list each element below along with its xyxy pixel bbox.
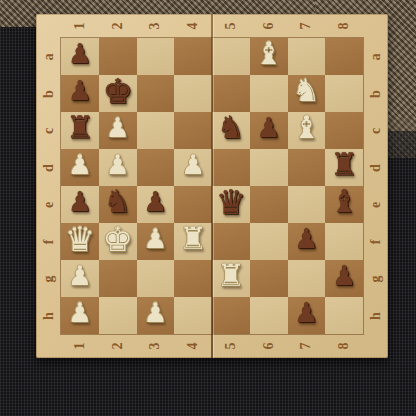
white-king-f2: ♚ (102, 222, 132, 256)
square-b2: ♚ (99, 75, 137, 112)
rank-label-bottom-2: 2 (110, 338, 126, 354)
white-knight-b7: ♞ (292, 75, 320, 106)
square-c3 (137, 112, 175, 149)
white-queen-f1: ♛ (65, 222, 95, 256)
square-e3: ♟ (137, 186, 175, 223)
rank-label-top-4: 4 (185, 18, 201, 34)
square-f3: ♟ (137, 223, 175, 260)
file-label-right-d: d (368, 160, 384, 176)
black-pawn-g8: ♟ (332, 262, 356, 289)
square-f1: ♛ (61, 223, 99, 260)
square-d6 (250, 149, 288, 186)
square-f2: ♚ (99, 223, 137, 260)
file-label-right-f: f (368, 234, 384, 250)
white-bishop-c7: ♝ (292, 112, 320, 143)
rank-label-top-6: 6 (261, 18, 277, 34)
square-g5: ♜ (212, 260, 250, 297)
square-a2 (99, 38, 137, 75)
black-pawn-h7: ♟ (294, 299, 318, 326)
square-a1: ♟ (61, 38, 99, 75)
square-f8 (325, 223, 363, 260)
square-b1: ♟ (61, 75, 99, 112)
square-f6 (250, 223, 288, 260)
square-a6: ♝ (250, 38, 288, 75)
black-pawn-f7: ♟ (294, 225, 318, 252)
square-c1: ♜ (61, 112, 99, 149)
square-a7 (288, 38, 326, 75)
white-pawn-d4: ♟ (181, 151, 205, 178)
square-g7 (288, 260, 326, 297)
black-pawn-e1: ♟ (68, 188, 92, 215)
file-label-left-h: h (41, 308, 57, 324)
black-knight-e2: ♞ (104, 186, 132, 217)
rank-label-bottom-4: 4 (185, 338, 201, 354)
rank-label-bottom-5: 5 (223, 338, 239, 354)
square-d4: ♟ (174, 149, 212, 186)
white-pawn-f3: ♟ (143, 225, 167, 252)
square-g8: ♟ (325, 260, 363, 297)
white-pawn-g1: ♟ (68, 262, 92, 289)
rank-label-top-8: 8 (336, 18, 352, 34)
square-g2 (99, 260, 137, 297)
square-h3: ♟ (137, 297, 175, 334)
square-g6 (250, 260, 288, 297)
square-d5 (212, 149, 250, 186)
black-king-b2: ♚ (102, 74, 132, 108)
rank-label-top-1: 1 (72, 18, 88, 34)
black-knight-c5: ♞ (217, 112, 245, 143)
square-h2 (99, 297, 137, 334)
square-e7 (288, 186, 326, 223)
square-h1: ♟ (61, 297, 99, 334)
square-h7: ♟ (288, 297, 326, 334)
white-rook-f4: ♜ (179, 223, 207, 254)
black-queen-e5: ♛ (216, 185, 246, 219)
square-e2: ♞ (99, 186, 137, 223)
square-e8: ♝ (325, 186, 363, 223)
file-label-right-e: e (368, 197, 384, 213)
rank-label-top-7: 7 (298, 18, 314, 34)
rank-label-top-2: 2 (110, 18, 126, 34)
square-b5 (212, 75, 250, 112)
square-c8 (325, 112, 363, 149)
square-d3 (137, 149, 175, 186)
square-h5 (212, 297, 250, 334)
file-label-left-e: e (41, 197, 57, 213)
square-b8 (325, 75, 363, 112)
white-pawn-h1: ♟ (68, 299, 92, 326)
square-b4 (174, 75, 212, 112)
square-a3 (137, 38, 175, 75)
white-pawn-d1: ♟ (68, 151, 92, 178)
square-d7 (288, 149, 326, 186)
file-label-left-a: a (41, 49, 57, 65)
square-c6: ♟ (250, 112, 288, 149)
square-b6 (250, 75, 288, 112)
rank-label-bottom-7: 7 (298, 338, 314, 354)
file-label-left-b: b (41, 86, 57, 102)
square-e5: ♛ (212, 186, 250, 223)
square-h6 (250, 297, 288, 334)
square-h8 (325, 297, 363, 334)
square-c4 (174, 112, 212, 149)
square-e1: ♟ (61, 186, 99, 223)
black-rook-d8: ♜ (330, 149, 358, 180)
square-d1: ♟ (61, 149, 99, 186)
black-bishop-e8: ♝ (330, 186, 358, 217)
white-pawn-c2: ♟ (106, 114, 130, 141)
black-pawn-a1: ♟ (68, 40, 92, 67)
square-g4 (174, 260, 212, 297)
square-d8: ♜ (325, 149, 363, 186)
file-label-left-c: c (41, 123, 57, 139)
rank-label-bottom-8: 8 (336, 338, 352, 354)
black-rook-c1: ♜ (66, 112, 94, 143)
file-label-left-g: g (41, 271, 57, 287)
rank-label-top-3: 3 (147, 18, 163, 34)
square-g1: ♟ (61, 260, 99, 297)
square-c2: ♟ (99, 112, 137, 149)
square-a8 (325, 38, 363, 75)
file-label-right-h: h (368, 308, 384, 324)
square-e4 (174, 186, 212, 223)
rank-label-top-5: 5 (223, 18, 239, 34)
square-f4: ♜ (174, 223, 212, 260)
square-c7: ♝ (288, 112, 326, 149)
square-f5 (212, 223, 250, 260)
square-a4 (174, 38, 212, 75)
square-b3 (137, 75, 175, 112)
black-pawn-e3: ♟ (143, 188, 167, 215)
chess-board: ♟♝♟♚♞♜♟♞♟♝♟♟♟♜♟♞♟♛♝♛♚♟♜♟♟♜♟♟♟♟ aabbccdde… (36, 14, 388, 358)
rank-label-bottom-3: 3 (147, 338, 163, 354)
board-folding-seam (211, 14, 213, 358)
square-d2: ♟ (99, 149, 137, 186)
file-label-right-g: g (368, 271, 384, 287)
file-label-right-c: c (368, 123, 384, 139)
rank-label-bottom-1: 1 (72, 338, 88, 354)
square-b7: ♞ (288, 75, 326, 112)
square-f7: ♟ (288, 223, 326, 260)
square-g3 (137, 260, 175, 297)
rank-label-bottom-6: 6 (261, 338, 277, 354)
file-label-left-d: d (41, 160, 57, 176)
white-bishop-a6: ♝ (255, 38, 283, 69)
square-h4 (174, 297, 212, 334)
file-label-right-b: b (368, 86, 384, 102)
square-e6 (250, 186, 288, 223)
square-a5 (212, 38, 250, 75)
file-label-left-f: f (41, 234, 57, 250)
white-rook-g5: ♜ (217, 260, 245, 291)
file-label-right-a: a (368, 49, 384, 65)
black-pawn-c6: ♟ (257, 114, 281, 141)
white-pawn-d2: ♟ (106, 151, 130, 178)
white-pawn-h3: ♟ (143, 299, 167, 326)
square-c5: ♞ (212, 112, 250, 149)
black-pawn-b1: ♟ (68, 77, 92, 104)
